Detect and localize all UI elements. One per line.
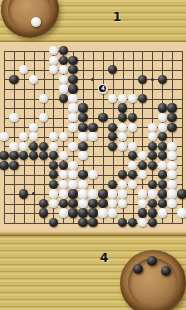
board-intersection[interactable] [68, 141, 78, 151]
board-intersection[interactable] [137, 65, 147, 75]
board-intersection[interactable] [128, 46, 138, 56]
board-intersection[interactable] [88, 151, 98, 161]
board-intersection[interactable] [58, 199, 68, 209]
board-intersection[interactable] [137, 199, 147, 209]
board-intersection[interactable] [177, 122, 186, 132]
board-intersection[interactable] [68, 94, 78, 104]
board-intersection[interactable] [128, 94, 138, 104]
board-intersection[interactable] [118, 151, 128, 161]
board-intersection[interactable] [48, 56, 58, 66]
board-intersection[interactable] [167, 75, 177, 85]
board-intersection[interactable] [98, 161, 108, 171]
board-intersection[interactable] [48, 189, 58, 199]
board-intersection[interactable] [58, 189, 68, 199]
board-intersection[interactable] [19, 180, 29, 190]
board-intersection[interactable] [68, 180, 78, 190]
board-intersection[interactable] [147, 56, 157, 66]
board-intersection[interactable] [48, 218, 58, 228]
board-intersection[interactable] [19, 170, 29, 180]
board-intersection[interactable] [88, 132, 98, 142]
board-intersection[interactable] [137, 151, 147, 161]
board-intersection[interactable] [88, 46, 98, 56]
board-intersection[interactable] [58, 122, 68, 132]
board-intersection[interactable] [0, 103, 9, 113]
board-intersection[interactable] [98, 75, 108, 85]
board-intersection[interactable] [88, 113, 98, 123]
board-intersection[interactable] [39, 94, 49, 104]
board-intersection[interactable] [167, 56, 177, 66]
board-intersection[interactable] [108, 94, 118, 104]
board-intersection[interactable] [39, 75, 49, 85]
board-intersection[interactable] [157, 218, 167, 228]
board-intersection[interactable] [137, 75, 147, 85]
board-intersection[interactable] [88, 103, 98, 113]
board-intersection[interactable] [98, 180, 108, 190]
board-intersection[interactable] [118, 122, 128, 132]
board-intersection[interactable] [78, 65, 88, 75]
board-intersection[interactable] [58, 65, 68, 75]
board-intersection[interactable] [68, 113, 78, 123]
board-intersection[interactable] [9, 84, 19, 94]
board-intersection[interactable] [19, 199, 29, 209]
board-intersection[interactable] [48, 151, 58, 161]
board-intersection[interactable] [128, 113, 138, 123]
board-intersection[interactable] [118, 65, 128, 75]
board-intersection[interactable] [108, 46, 118, 56]
board-intersection[interactable] [118, 180, 128, 190]
board-intersection[interactable] [177, 170, 186, 180]
board-intersection[interactable] [118, 161, 128, 171]
board-intersection[interactable] [58, 132, 68, 142]
board-intersection[interactable] [118, 94, 128, 104]
board-intersection[interactable] [137, 132, 147, 142]
board-intersection[interactable] [128, 151, 138, 161]
board-intersection[interactable] [0, 75, 9, 85]
board-intersection[interactable] [118, 141, 128, 151]
board-intersection[interactable] [177, 208, 186, 218]
board-intersection[interactable] [48, 65, 58, 75]
board-intersection[interactable] [118, 113, 128, 123]
board-intersection[interactable] [39, 46, 49, 56]
board-intersection[interactable] [98, 46, 108, 56]
board-intersection[interactable] [128, 75, 138, 85]
board-intersection[interactable] [68, 103, 78, 113]
board-intersection[interactable] [19, 75, 29, 85]
board-intersection[interactable] [39, 113, 49, 123]
board-intersection[interactable] [9, 208, 19, 218]
board-intersection[interactable] [9, 180, 19, 190]
board-intersection[interactable] [118, 218, 128, 228]
board-intersection[interactable] [137, 84, 147, 94]
board-intersection[interactable] [58, 170, 68, 180]
board-intersection[interactable] [137, 113, 147, 123]
board-intersection[interactable] [78, 56, 88, 66]
board-intersection[interactable] [88, 122, 98, 132]
board-intersection[interactable] [29, 65, 39, 75]
board-intersection[interactable] [39, 161, 49, 171]
board-intersection[interactable] [128, 208, 138, 218]
board-intersection[interactable] [9, 132, 19, 142]
board-intersection[interactable] [78, 180, 88, 190]
board-intersection[interactable] [9, 113, 19, 123]
board-intersection[interactable] [39, 122, 49, 132]
board-intersection[interactable] [19, 161, 29, 171]
board-intersection[interactable] [147, 189, 157, 199]
board-intersection[interactable] [177, 132, 186, 142]
board-intersection[interactable] [48, 46, 58, 56]
board-intersection[interactable] [147, 103, 157, 113]
board-intersection[interactable] [48, 180, 58, 190]
board-intersection[interactable] [0, 208, 9, 218]
board-intersection[interactable] [88, 180, 98, 190]
board-intersection[interactable] [9, 56, 19, 66]
board-intersection[interactable] [58, 113, 68, 123]
board-intersection[interactable] [88, 170, 98, 180]
board-intersection[interactable] [19, 132, 29, 142]
board-intersection[interactable] [39, 103, 49, 113]
board-intersection[interactable] [137, 180, 147, 190]
board-intersection[interactable] [88, 189, 98, 199]
board-intersection[interactable] [48, 103, 58, 113]
board-intersection[interactable] [108, 151, 118, 161]
board-intersection[interactable] [68, 132, 78, 142]
board-intersection[interactable] [9, 170, 19, 180]
board-intersection[interactable] [0, 161, 9, 171]
board-intersection[interactable] [39, 56, 49, 66]
board-intersection[interactable] [128, 141, 138, 151]
board-intersection[interactable] [78, 113, 88, 123]
board-intersection[interactable] [157, 122, 167, 132]
board-intersection[interactable] [19, 56, 29, 66]
board-intersection[interactable] [137, 122, 147, 132]
board-intersection[interactable] [19, 218, 29, 228]
board-intersection[interactable] [0, 170, 9, 180]
board-intersection[interactable] [39, 208, 49, 218]
board-intersection[interactable] [58, 94, 68, 104]
board-intersection[interactable] [0, 218, 9, 228]
board-intersection[interactable] [128, 180, 138, 190]
board-intersection[interactable] [157, 151, 167, 161]
board-intersection[interactable] [128, 84, 138, 94]
board-intersection[interactable] [9, 161, 19, 171]
board-intersection[interactable] [9, 141, 19, 151]
board-intersection[interactable] [9, 199, 19, 209]
board-intersection[interactable] [9, 151, 19, 161]
board-intersection[interactable] [48, 199, 58, 209]
board-intersection[interactable] [0, 189, 9, 199]
board-intersection[interactable] [167, 141, 177, 151]
board-intersection[interactable] [177, 94, 186, 104]
board-intersection[interactable] [98, 122, 108, 132]
board-intersection[interactable] [167, 208, 177, 218]
board-intersection[interactable] [48, 75, 58, 85]
board-intersection[interactable] [78, 170, 88, 180]
board-intersection[interactable] [68, 161, 78, 171]
board-intersection[interactable] [157, 132, 167, 142]
board-intersection[interactable] [68, 170, 78, 180]
board-intersection[interactable] [0, 94, 9, 104]
board-intersection[interactable] [147, 218, 157, 228]
board-intersection[interactable] [39, 170, 49, 180]
board-intersection[interactable] [118, 170, 128, 180]
board-intersection[interactable] [68, 218, 78, 228]
board-intersection[interactable] [157, 46, 167, 56]
board-intersection[interactable] [177, 65, 186, 75]
board-intersection[interactable] [68, 46, 78, 56]
board-intersection[interactable] [128, 122, 138, 132]
board-intersection[interactable] [108, 180, 118, 190]
board-intersection[interactable] [118, 189, 128, 199]
board-intersection[interactable] [29, 132, 39, 142]
board-intersection[interactable] [108, 141, 118, 151]
board-intersection[interactable] [108, 65, 118, 75]
board-intersection[interactable] [157, 141, 167, 151]
board-intersection[interactable] [88, 208, 98, 218]
board-intersection[interactable] [78, 103, 88, 113]
board-intersection[interactable] [68, 84, 78, 94]
board-intersection[interactable] [68, 189, 78, 199]
board-intersection[interactable] [118, 46, 128, 56]
board-intersection[interactable] [157, 161, 167, 171]
board-intersection[interactable] [98, 199, 108, 209]
board-intersection[interactable] [19, 113, 29, 123]
board-intersection[interactable] [177, 218, 186, 228]
board-intersection[interactable] [0, 56, 9, 66]
board-intersection[interactable] [177, 151, 186, 161]
board-intersection[interactable] [137, 161, 147, 171]
board-intersection[interactable] [108, 75, 118, 85]
board-intersection[interactable] [118, 103, 128, 113]
board-intersection[interactable] [39, 199, 49, 209]
board-intersection[interactable] [68, 75, 78, 85]
board-intersection[interactable] [137, 94, 147, 104]
board-intersection[interactable] [29, 199, 39, 209]
board-intersection[interactable] [128, 199, 138, 209]
board-intersection[interactable] [167, 199, 177, 209]
board-intersection[interactable] [19, 208, 29, 218]
board-intersection[interactable] [108, 103, 118, 113]
board-intersection[interactable] [88, 218, 98, 228]
board-intersection[interactable] [29, 141, 39, 151]
board-intersection[interactable] [98, 113, 108, 123]
board-intersection[interactable] [128, 170, 138, 180]
board-intersection[interactable] [167, 180, 177, 190]
board-intersection[interactable] [157, 199, 167, 209]
board-intersection[interactable] [177, 141, 186, 151]
board-intersection[interactable] [108, 113, 118, 123]
board-intersection[interactable] [0, 199, 9, 209]
board-intersection[interactable] [88, 65, 98, 75]
board-intersection[interactable] [147, 161, 157, 171]
board-intersection[interactable] [157, 189, 167, 199]
board-intersection[interactable] [48, 141, 58, 151]
board-intersection[interactable] [39, 189, 49, 199]
board-intersection[interactable] [29, 189, 39, 199]
board-intersection[interactable] [128, 103, 138, 113]
board-intersection[interactable] [0, 65, 9, 75]
board-intersection[interactable] [39, 218, 49, 228]
board-intersection[interactable] [58, 161, 68, 171]
board-intersection[interactable] [58, 46, 68, 56]
board-intersection[interactable] [88, 75, 98, 85]
board-intersection[interactable] [177, 103, 186, 113]
board-intersection[interactable] [48, 132, 58, 142]
board-intersection[interactable] [0, 141, 9, 151]
board-intersection[interactable] [128, 132, 138, 142]
board-intersection[interactable] [0, 132, 9, 142]
board-intersection[interactable] [58, 180, 68, 190]
board-intersection[interactable] [29, 94, 39, 104]
board-intersection[interactable] [157, 103, 167, 113]
board-intersection[interactable] [147, 151, 157, 161]
board-intersection[interactable] [147, 208, 157, 218]
board-intersection[interactable] [98, 218, 108, 228]
board-intersection[interactable] [58, 218, 68, 228]
board-intersection[interactable] [48, 84, 58, 94]
board-intersection[interactable] [128, 218, 138, 228]
board-intersection[interactable] [19, 141, 29, 151]
board-intersection[interactable] [39, 180, 49, 190]
board-intersection[interactable] [29, 56, 39, 66]
board-intersection[interactable] [0, 122, 9, 132]
board-intersection[interactable] [78, 122, 88, 132]
board-intersection[interactable] [98, 132, 108, 142]
board-intersection[interactable] [137, 141, 147, 151]
board-intersection[interactable] [167, 170, 177, 180]
board-intersection[interactable] [29, 84, 39, 94]
board-intersection[interactable] [19, 103, 29, 113]
board-intersection[interactable] [167, 132, 177, 142]
board-intersection[interactable] [147, 75, 157, 85]
board-intersection[interactable] [118, 84, 128, 94]
board-intersection[interactable] [108, 122, 118, 132]
board-intersection[interactable] [48, 94, 58, 104]
board-intersection[interactable] [108, 84, 118, 94]
board-intersection[interactable] [68, 122, 78, 132]
board-intersection[interactable] [147, 141, 157, 151]
board-intersection[interactable] [157, 170, 167, 180]
board-intersection[interactable] [128, 189, 138, 199]
board-intersection[interactable] [0, 180, 9, 190]
board-intersection[interactable] [137, 46, 147, 56]
board-intersection[interactable] [68, 65, 78, 75]
board-intersection[interactable] [157, 94, 167, 104]
board-intersection[interactable] [167, 122, 177, 132]
board-intersection[interactable] [98, 208, 108, 218]
board-intersection[interactable] [48, 170, 58, 180]
board-intersection[interactable] [177, 161, 186, 171]
board-intersection[interactable] [98, 141, 108, 151]
board-intersection[interactable] [9, 189, 19, 199]
board-intersection[interactable] [98, 65, 108, 75]
board-intersection[interactable] [78, 208, 88, 218]
board-intersection[interactable] [68, 56, 78, 66]
board-intersection[interactable] [137, 189, 147, 199]
board-intersection[interactable] [98, 151, 108, 161]
board-intersection[interactable] [177, 84, 186, 94]
board-intersection[interactable] [58, 56, 68, 66]
board-intersection[interactable] [78, 151, 88, 161]
board-intersection[interactable] [177, 189, 186, 199]
board-intersection[interactable] [167, 103, 177, 113]
board-intersection[interactable] [19, 151, 29, 161]
board-intersection[interactable] [29, 208, 39, 218]
board-intersection[interactable] [78, 199, 88, 209]
board-intersection[interactable] [9, 46, 19, 56]
board-intersection[interactable] [108, 170, 118, 180]
board-intersection[interactable] [98, 56, 108, 66]
board-intersection[interactable] [167, 65, 177, 75]
board-intersection[interactable] [48, 161, 58, 171]
board-intersection[interactable] [147, 65, 157, 75]
board-intersection[interactable] [177, 46, 186, 56]
board-intersection[interactable] [78, 132, 88, 142]
board-intersection[interactable] [147, 180, 157, 190]
board-intersection[interactable] [58, 103, 68, 113]
board-intersection[interactable] [39, 84, 49, 94]
board-intersection[interactable] [19, 65, 29, 75]
board-intersection[interactable] [108, 189, 118, 199]
board-intersection[interactable] [98, 189, 108, 199]
board-intersection[interactable] [137, 56, 147, 66]
board-intersection[interactable] [29, 46, 39, 56]
board-intersection[interactable] [58, 208, 68, 218]
board-intersection[interactable] [147, 170, 157, 180]
board-intersection[interactable] [177, 75, 186, 85]
board-intersection[interactable] [98, 94, 108, 104]
board-intersection[interactable] [78, 94, 88, 104]
board-intersection[interactable] [88, 94, 98, 104]
board-intersection[interactable] [29, 218, 39, 228]
board-intersection[interactable] [9, 65, 19, 75]
board-intersection[interactable] [167, 189, 177, 199]
board-intersection[interactable] [29, 113, 39, 123]
board-intersection[interactable] [157, 208, 167, 218]
board-intersection[interactable] [137, 208, 147, 218]
board-intersection[interactable] [9, 122, 19, 132]
board-intersection[interactable] [29, 170, 39, 180]
board-intersection[interactable] [147, 122, 157, 132]
board-intersection[interactable] [177, 199, 186, 209]
board-intersection[interactable] [137, 103, 147, 113]
board-intersection[interactable] [108, 161, 118, 171]
board-intersection[interactable] [147, 132, 157, 142]
board-intersection[interactable] [157, 180, 167, 190]
board-intersection[interactable] [88, 199, 98, 209]
board-intersection[interactable] [19, 94, 29, 104]
board-intersection[interactable] [39, 132, 49, 142]
board-intersection[interactable] [128, 56, 138, 66]
board-intersection[interactable] [118, 132, 128, 142]
board-intersection[interactable] [157, 84, 167, 94]
board-intersection[interactable] [177, 180, 186, 190]
board-intersection[interactable] [9, 218, 19, 228]
board-intersection[interactable] [108, 56, 118, 66]
board-intersection[interactable] [9, 94, 19, 104]
board-intersection[interactable] [147, 113, 157, 123]
board-intersection[interactable] [118, 75, 128, 85]
board-intersection[interactable] [157, 75, 167, 85]
board-intersection[interactable] [29, 103, 39, 113]
board-intersection[interactable] [177, 113, 186, 123]
board-intersection[interactable] [58, 75, 68, 85]
board-intersection[interactable] [19, 46, 29, 56]
board-intersection[interactable] [58, 84, 68, 94]
board-intersection[interactable] [48, 208, 58, 218]
board-intersection[interactable] [29, 161, 39, 171]
board-intersection[interactable] [0, 46, 9, 56]
board-intersection[interactable] [167, 161, 177, 171]
